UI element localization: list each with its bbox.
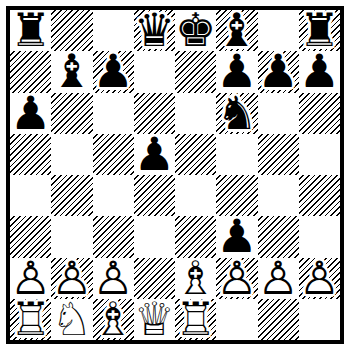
square-b8[interactable] <box>51 10 92 51</box>
black-pawn: ♟ <box>93 51 134 92</box>
black-pawn: ♟ <box>299 51 340 92</box>
square-d7[interactable] <box>134 51 175 92</box>
white-pawn: ♙ <box>299 258 340 299</box>
black-pawn-halo: ♟ <box>216 216 257 257</box>
white-bishop-halo: ♝ <box>175 258 216 299</box>
black-queen: ♛ <box>134 10 175 51</box>
white-pawn: ♙ <box>10 258 51 299</box>
white-bishop: ♗ <box>93 299 134 340</box>
white-rook-halo: ♜ <box>175 299 216 340</box>
square-a4[interactable] <box>10 175 51 216</box>
square-h8[interactable]: ♜♜ <box>299 10 340 51</box>
square-d1[interactable]: ♛♕ <box>134 299 175 340</box>
black-bishop-halo: ♝ <box>216 10 257 51</box>
black-queen-halo: ♛ <box>134 10 175 51</box>
square-b7[interactable]: ♝♝ <box>51 51 92 92</box>
white-pawn-halo: ♟ <box>93 258 134 299</box>
black-pawn-halo: ♟ <box>10 93 51 134</box>
square-h2[interactable]: ♟♙ <box>299 258 340 299</box>
square-h7[interactable]: ♟♟ <box>299 51 340 92</box>
square-c8[interactable] <box>93 10 134 51</box>
square-g4[interactable] <box>258 175 299 216</box>
black-king: ♚ <box>175 10 216 51</box>
white-rook: ♖ <box>175 299 216 340</box>
white-bishop-halo: ♝ <box>93 299 134 340</box>
square-d2[interactable] <box>134 258 175 299</box>
square-c5[interactable] <box>93 134 134 175</box>
square-a6[interactable]: ♟♟ <box>10 93 51 134</box>
black-pawn: ♟ <box>258 51 299 92</box>
chess-diagram: ♜♜♛♛♚♚♝♝♜♜♝♝♟♟♟♟♟♟♟♟♟♟♞♞♟♟♟♟♟♙♟♙♟♙♝♗♟♙♟♙… <box>0 0 350 350</box>
black-knight-halo: ♞ <box>216 93 257 134</box>
square-a1[interactable]: ♜♖ <box>10 299 51 340</box>
black-bishop: ♝ <box>51 51 92 92</box>
square-a3[interactable] <box>10 216 51 257</box>
square-e5[interactable] <box>175 134 216 175</box>
square-c4[interactable] <box>93 175 134 216</box>
square-f7[interactable]: ♟♟ <box>216 51 257 92</box>
black-rook-halo: ♜ <box>299 10 340 51</box>
square-e6[interactable] <box>175 93 216 134</box>
square-b6[interactable] <box>51 93 92 134</box>
black-pawn: ♟ <box>10 93 51 134</box>
black-pawn-halo: ♟ <box>299 51 340 92</box>
black-pawn: ♟ <box>216 51 257 92</box>
square-e3[interactable] <box>175 216 216 257</box>
square-f1[interactable] <box>216 299 257 340</box>
square-b2[interactable]: ♟♙ <box>51 258 92 299</box>
square-d4[interactable] <box>134 175 175 216</box>
square-f8[interactable]: ♝♝ <box>216 10 257 51</box>
board-border: ♜♜♛♛♚♚♝♝♜♜♝♝♟♟♟♟♟♟♟♟♟♟♞♞♟♟♟♟♟♙♟♙♟♙♝♗♟♙♟♙… <box>6 6 344 344</box>
black-rook: ♜ <box>10 10 51 51</box>
black-pawn-halo: ♟ <box>258 51 299 92</box>
square-b5[interactable] <box>51 134 92 175</box>
square-g1[interactable] <box>258 299 299 340</box>
square-c3[interactable] <box>93 216 134 257</box>
white-queen: ♕ <box>134 299 175 340</box>
black-rook-halo: ♜ <box>10 10 51 51</box>
square-a5[interactable] <box>10 134 51 175</box>
white-queen-halo: ♛ <box>134 299 175 340</box>
white-knight-halo: ♞ <box>51 299 92 340</box>
square-e8[interactable]: ♚♚ <box>175 10 216 51</box>
square-f4[interactable] <box>216 175 257 216</box>
square-d8[interactable]: ♛♛ <box>134 10 175 51</box>
white-pawn-halo: ♟ <box>51 258 92 299</box>
square-d5[interactable]: ♟♟ <box>134 134 175 175</box>
square-d3[interactable] <box>134 216 175 257</box>
square-g5[interactable] <box>258 134 299 175</box>
square-d6[interactable] <box>134 93 175 134</box>
square-g8[interactable] <box>258 10 299 51</box>
black-pawn: ♟ <box>134 134 175 175</box>
square-c7[interactable]: ♟♟ <box>93 51 134 92</box>
square-h3[interactable] <box>299 216 340 257</box>
white-pawn: ♙ <box>216 258 257 299</box>
square-h6[interactable] <box>299 93 340 134</box>
black-bishop: ♝ <box>216 10 257 51</box>
square-b3[interactable] <box>51 216 92 257</box>
square-g6[interactable] <box>258 93 299 134</box>
white-pawn: ♙ <box>93 258 134 299</box>
white-rook: ♖ <box>10 299 51 340</box>
square-h1[interactable] <box>299 299 340 340</box>
black-pawn-halo: ♟ <box>216 51 257 92</box>
white-pawn: ♙ <box>51 258 92 299</box>
black-pawn-halo: ♟ <box>93 51 134 92</box>
square-b1[interactable]: ♞♘ <box>51 299 92 340</box>
square-f5[interactable] <box>216 134 257 175</box>
square-e7[interactable] <box>175 51 216 92</box>
white-rook-halo: ♜ <box>10 299 51 340</box>
white-pawn-halo: ♟ <box>258 258 299 299</box>
square-c1[interactable]: ♝♗ <box>93 299 134 340</box>
black-rook: ♜ <box>299 10 340 51</box>
black-knight: ♞ <box>216 93 257 134</box>
black-pawn-halo: ♟ <box>134 134 175 175</box>
square-f6[interactable]: ♞♞ <box>216 93 257 134</box>
square-c2[interactable]: ♟♙ <box>93 258 134 299</box>
black-pawn: ♟ <box>216 216 257 257</box>
black-king-halo: ♚ <box>175 10 216 51</box>
square-e4[interactable] <box>175 175 216 216</box>
white-pawn-halo: ♟ <box>216 258 257 299</box>
square-a2[interactable]: ♟♙ <box>10 258 51 299</box>
black-bishop-halo: ♝ <box>51 51 92 92</box>
square-g2[interactable]: ♟♙ <box>258 258 299 299</box>
square-h5[interactable] <box>299 134 340 175</box>
white-pawn-halo: ♟ <box>299 258 340 299</box>
square-g7[interactable]: ♟♟ <box>258 51 299 92</box>
white-bishop: ♗ <box>175 258 216 299</box>
square-a8[interactable]: ♜♜ <box>10 10 51 51</box>
white-pawn-halo: ♟ <box>10 258 51 299</box>
square-f3[interactable]: ♟♟ <box>216 216 257 257</box>
square-b4[interactable] <box>51 175 92 216</box>
square-h4[interactable] <box>299 175 340 216</box>
square-f2[interactable]: ♟♙ <box>216 258 257 299</box>
square-e2[interactable]: ♝♗ <box>175 258 216 299</box>
square-g3[interactable] <box>258 216 299 257</box>
square-a7[interactable] <box>10 51 51 92</box>
white-pawn: ♙ <box>258 258 299 299</box>
white-knight: ♘ <box>51 299 92 340</box>
chess-board: ♜♜♛♛♚♚♝♝♜♜♝♝♟♟♟♟♟♟♟♟♟♟♞♞♟♟♟♟♟♙♟♙♟♙♝♗♟♙♟♙… <box>10 10 340 340</box>
square-e1[interactable]: ♜♖ <box>175 299 216 340</box>
square-c6[interactable] <box>93 93 134 134</box>
